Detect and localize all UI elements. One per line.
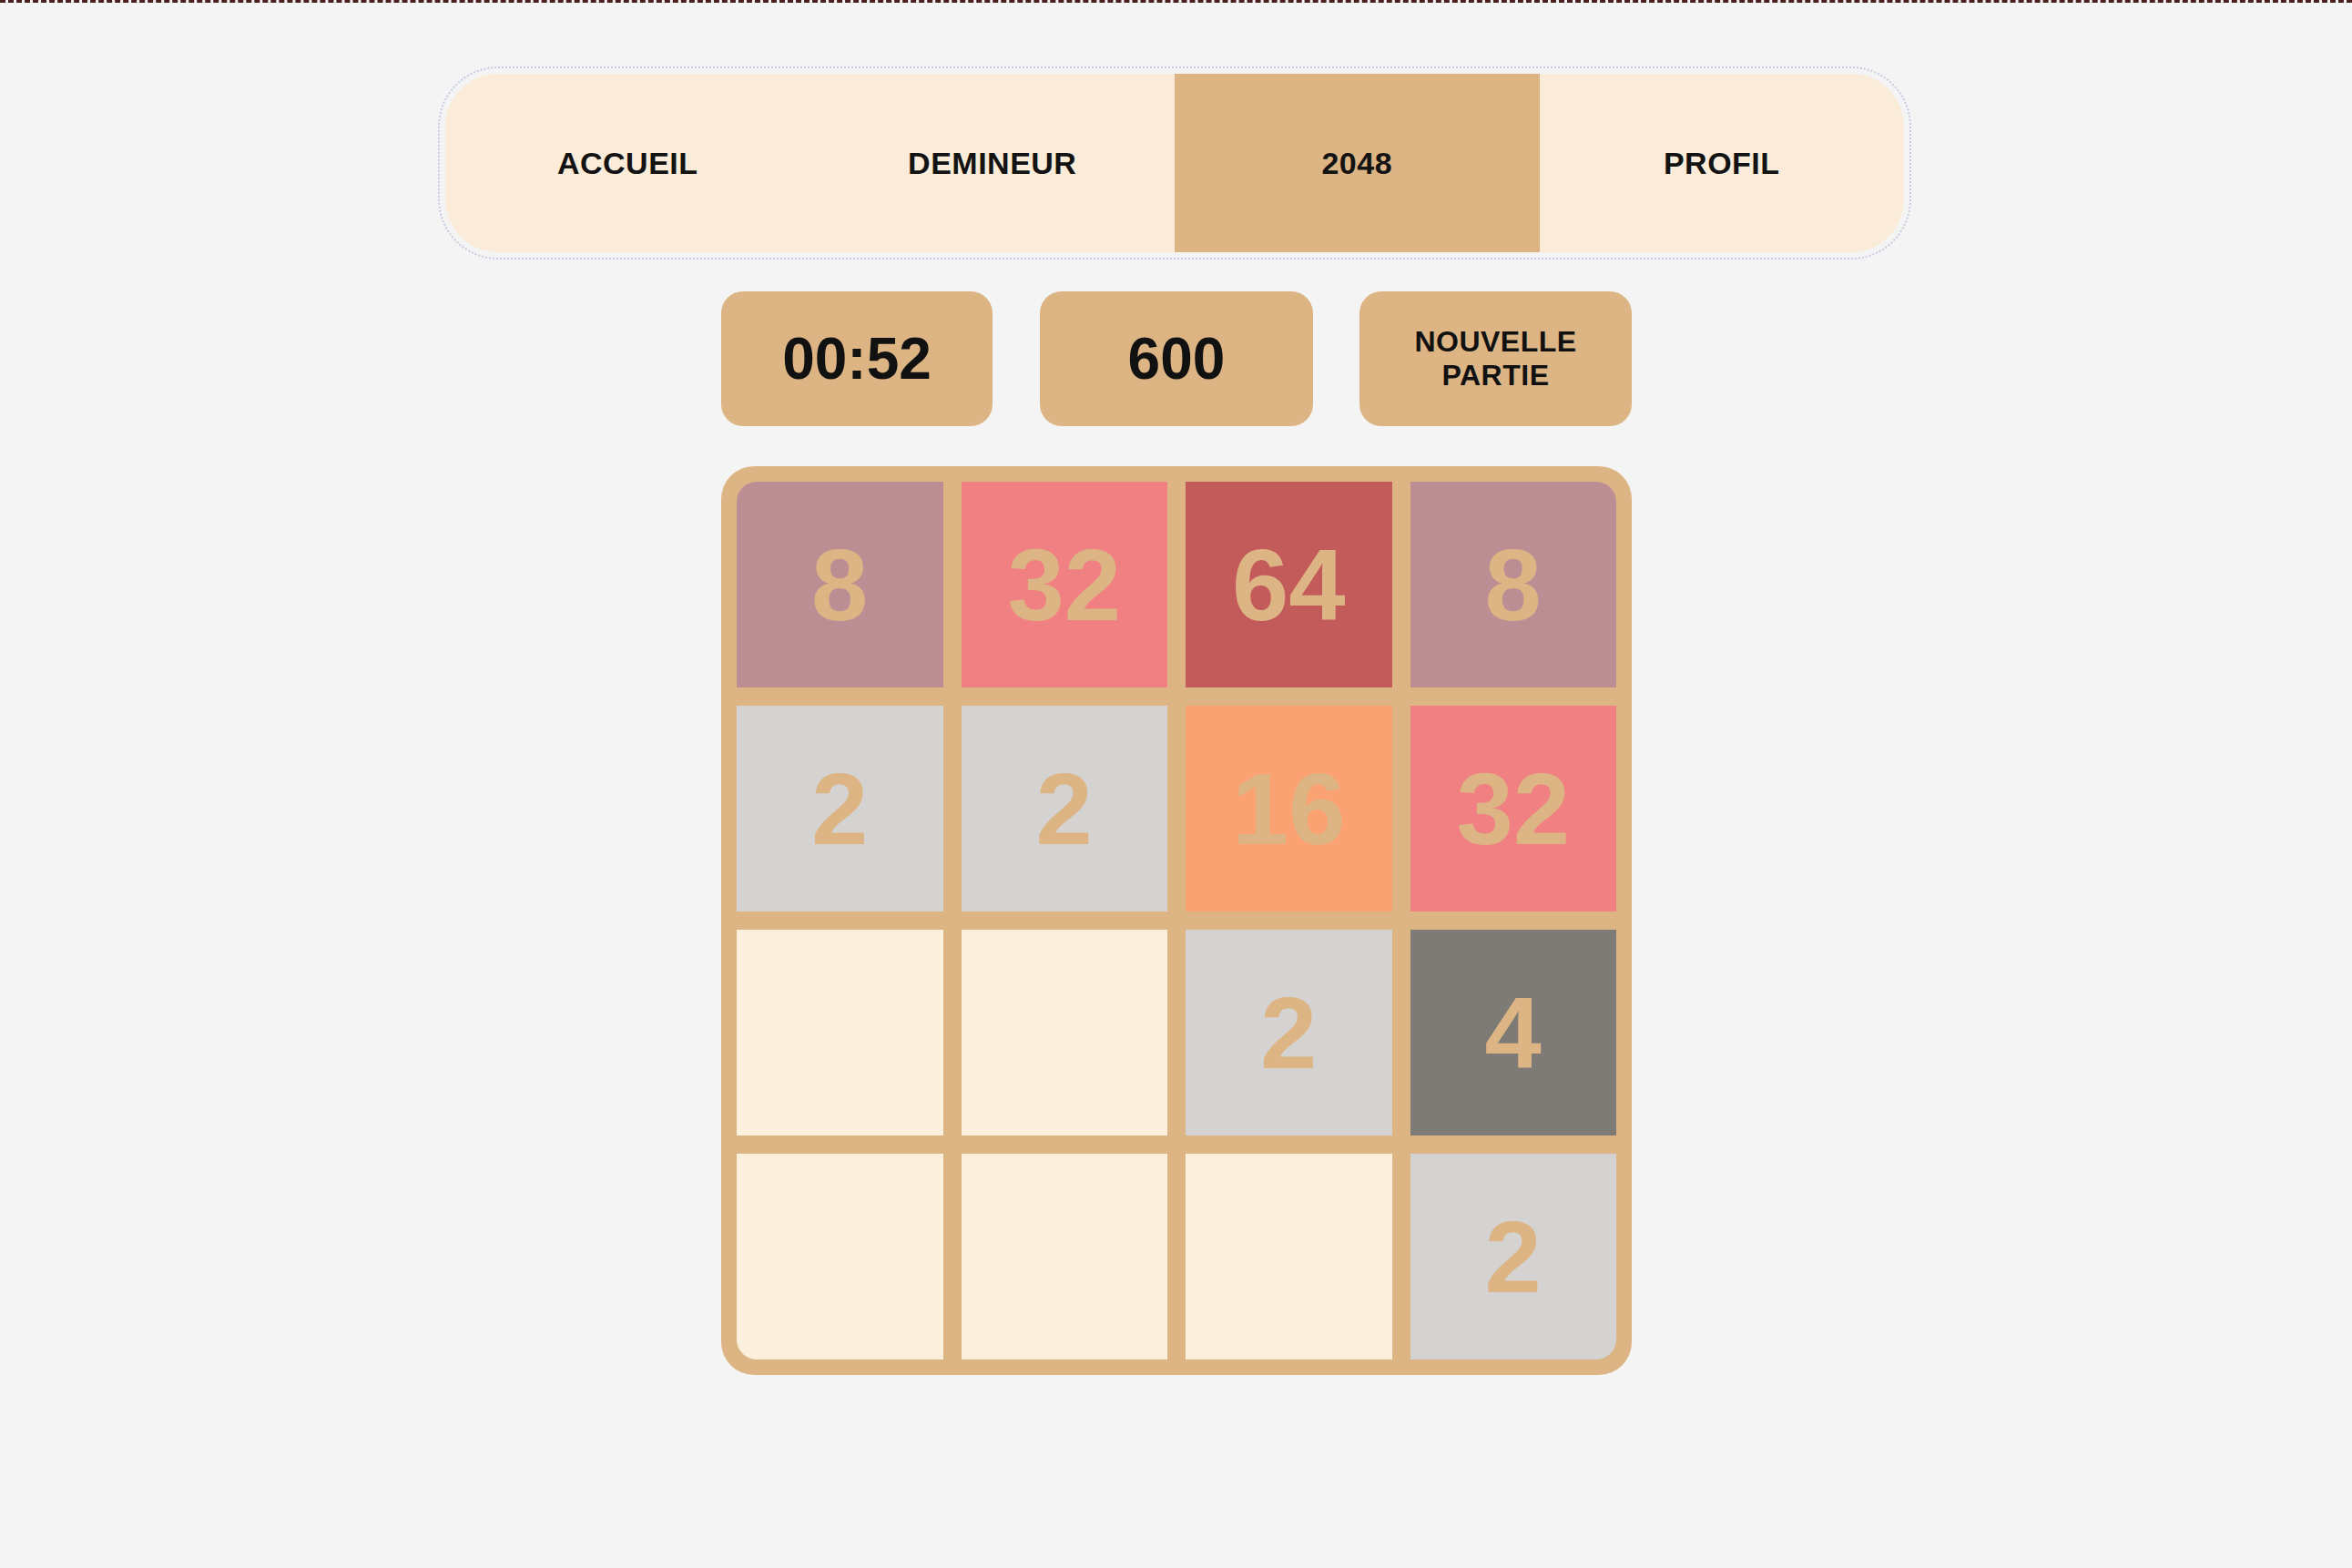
tile-32-r2c4: 32 bbox=[1410, 706, 1617, 911]
empty-cell-r4c3 bbox=[1186, 1154, 1392, 1359]
tile-16-r2c3: 16 bbox=[1186, 706, 1392, 911]
tile-32-r1c2: 32 bbox=[962, 482, 1168, 687]
page: ACCUEILDEMINEUR2048PROFIL 00:52 600 NOUV… bbox=[0, 3, 2352, 1568]
tile-grid: 832648221632242 bbox=[737, 482, 1616, 1359]
nav-tab-demineur[interactable]: DEMINEUR bbox=[810, 74, 1176, 252]
tile-8-r1c4: 8 bbox=[1410, 482, 1617, 687]
empty-cell-r4c2 bbox=[962, 1154, 1168, 1359]
new-game-button[interactable]: NOUVELLE PARTIE bbox=[1359, 291, 1632, 426]
tile-8-r1c1: 8 bbox=[737, 482, 943, 687]
new-game-label: NOUVELLE PARTIE bbox=[1365, 325, 1626, 392]
score-value: 600 bbox=[1128, 325, 1226, 392]
nav-tab-accueil[interactable]: ACCUEIL bbox=[445, 74, 810, 252]
nav-tab-2048[interactable]: 2048 bbox=[1175, 74, 1540, 252]
score-display: 600 bbox=[1040, 291, 1313, 426]
tile-2-r2c2: 2 bbox=[962, 706, 1168, 911]
tile-4-r3c4: 4 bbox=[1410, 930, 1617, 1135]
tile-64-r1c3: 64 bbox=[1186, 482, 1392, 687]
empty-cell-r3c2 bbox=[962, 930, 1168, 1135]
game-board-2048[interactable]: 832648221632242 bbox=[721, 466, 1632, 1375]
empty-cell-r4c1 bbox=[737, 1154, 943, 1359]
tile-2-r4c4: 2 bbox=[1410, 1154, 1617, 1359]
nav-tab-profil[interactable]: PROFIL bbox=[1540, 74, 1905, 252]
tile-2-r2c1: 2 bbox=[737, 706, 943, 911]
tile-2-r3c3: 2 bbox=[1186, 930, 1392, 1135]
main-nav: ACCUEILDEMINEUR2048PROFIL bbox=[445, 74, 1904, 252]
timer-value: 00:52 bbox=[782, 325, 932, 392]
empty-cell-r3c1 bbox=[737, 930, 943, 1135]
timer-display: 00:52 bbox=[721, 291, 993, 426]
